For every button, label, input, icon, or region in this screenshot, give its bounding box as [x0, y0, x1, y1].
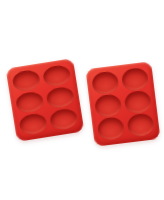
muffin-cup: [18, 112, 48, 137]
muffin-cup: [97, 116, 126, 141]
muffin-pan-right: [85, 61, 160, 146]
muffin-cup: [45, 85, 75, 110]
muffin-cup: [91, 70, 120, 95]
muffin-cup: [94, 93, 123, 118]
product-photo: [0, 0, 164, 200]
muffin-cup: [123, 90, 152, 115]
muffin-cup: [42, 63, 72, 88]
muffin-pan-left: [6, 58, 85, 142]
muffin-cup: [126, 113, 155, 138]
muffin-cup: [49, 107, 79, 132]
muffin-cup: [11, 68, 41, 93]
muffin-cup: [15, 90, 45, 115]
muffin-cup: [121, 67, 150, 92]
